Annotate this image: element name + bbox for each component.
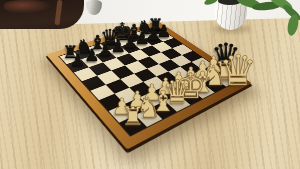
photo-scene: ♜♞♝♛♚♝♞♜♟♟♟♟♟♟♟♟♟♟♟♟♟♟♟♟♜♞♝♛♚♝♞♜♛♛	[0, 0, 300, 169]
piece-black-pawn-a7[interactable]: ♟	[70, 52, 85, 69]
cabinet-red-patch	[4, 0, 50, 13]
cabinet-edge-highlight	[54, 0, 62, 25]
piece-black-pawn-c7[interactable]: ♟	[98, 42, 113, 59]
dark-cabinet	[0, 0, 84, 29]
piece-black-pawn-b7[interactable]: ♟	[84, 47, 99, 64]
piece-white-rook-a1[interactable]: ♜	[122, 104, 145, 129]
